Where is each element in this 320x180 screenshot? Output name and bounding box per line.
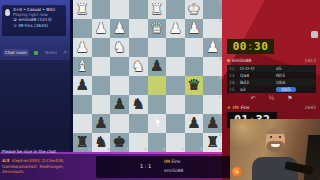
player-bottom-rating: 2645 [305,105,316,110]
tab-chat-room[interactable]: Chat room [3,49,29,56]
move-number: 13 [227,73,240,78]
board-square[interactable] [129,76,148,95]
board-square[interactable] [185,38,204,57]
rank-coordinate: 4 [219,58,221,62]
board-square[interactable] [73,19,92,38]
white-knight-piece[interactable]: ♞ [129,57,148,76]
white-rook-piece[interactable]: ♜ [148,0,167,19]
move-row[interactable]: 15a3Qb5 [227,86,316,93]
black-pawn-piece[interactable]: ♟ [73,76,92,95]
takeback-button[interactable]: ↶ [250,94,255,102]
board-square[interactable]: ♟ [92,114,111,133]
file-coordinate: b [200,148,202,152]
board-square[interactable]: ♜ [73,0,92,19]
white-pawn-piece[interactable]: ♟ [92,19,111,38]
board-square[interactable] [166,95,185,114]
board-square[interactable]: ♟ [166,19,185,38]
file-coordinate: a [219,148,221,152]
board-square[interactable]: ♞ [129,57,148,76]
resign-button[interactable]: ⚑ [287,94,292,102]
board-square[interactable]: ♞ [110,38,129,57]
black-pawn-piece[interactable]: ♟ [185,114,204,133]
scorebox-player1: IM Fins [164,159,180,164]
panel-menu-icon[interactable] [311,31,318,38]
board-square[interactable]: ♟3 [203,38,222,57]
webcam-overlay: ✕ [230,119,320,180]
board-square[interactable] [148,38,167,57]
board-square[interactable] [129,0,148,19]
board-square[interactable]: 2 [203,19,222,38]
board-square[interactable] [92,0,111,19]
chat-status-dot [34,51,38,55]
game-controls: ↶ ½ ⚑ [227,94,316,102]
draw-offer-button[interactable]: ½ [268,94,274,102]
board-square[interactable]: ♟ [73,76,92,95]
player-top-row[interactable]: emilio88 1413 [227,56,316,64]
board-square[interactable] [92,38,111,57]
board-square[interactable] [92,57,111,76]
board-square[interactable]: ♝ [73,57,92,76]
streamer-eye-left [270,136,272,138]
board-square[interactable]: ♟ [148,57,167,76]
game-info-box: 3+0 • Casual • Blitz Playing right now ♔… [2,5,66,36]
board-square[interactable]: b [185,133,204,152]
move-number: 14 [227,80,240,85]
board-square[interactable]: ♟ [110,19,129,38]
board-square[interactable] [73,95,92,114]
board-square[interactable]: ♚ [185,0,204,19]
player-top-name: emilio88 [232,58,251,63]
move-number: 15 [227,87,240,92]
board-square[interactable] [129,38,148,57]
board-square[interactable] [166,0,185,19]
move-row[interactable]: 12O-O-Oa5 [227,65,316,72]
board-square[interactable]: 5 [203,76,222,95]
supporters-list: 4/3 stephan1093, D.Che428, GambaraGambit… [2,158,68,175]
match-score: 1 : 1 [140,163,151,169]
board-square[interactable] [129,114,148,133]
board-square[interactable] [110,114,129,133]
board-square[interactable]: ♛ [148,19,167,38]
sidebar: 3+0 • Casual • Blitz Playing right now ♔… [0,0,70,152]
rank-coordinate: 2 [219,20,221,24]
board-square[interactable]: d [148,133,167,152]
file-coordinate: c [182,148,184,152]
move-cell[interactable]: Qb6 [276,80,312,85]
blitz-flame-icon [5,9,10,16]
board-square[interactable] [166,76,185,95]
player-bottom-row[interactable]: ❖ IM Fins 2645 [227,103,316,111]
move-cell[interactable]: Qa4 [240,73,276,78]
board-square[interactable]: 1 [203,0,222,19]
move-row[interactable]: 14Bd3Qb6 [227,79,316,86]
white-queen-piece[interactable]: ♛ [148,19,167,38]
board-square[interactable]: ♟ [73,38,92,57]
move-cell[interactable]: Nh5 [276,73,312,78]
clock-white: 00:30 [227,39,274,54]
rank-coordinate: 1 [219,1,221,5]
move-cell[interactable]: a3 [240,87,276,92]
board-square[interactable]: ♜ [148,0,167,19]
move-list[interactable]: 12O-O-Oa513Qa4Nh514Bd3Qb615a3Qb5 [227,65,316,93]
board-square[interactable]: ♛ [185,76,204,95]
white-pawn-piece[interactable]: ♟ [73,38,92,57]
board-square[interactable]: e [129,133,148,152]
move-number: 12 [227,66,240,71]
black-pawn-piece[interactable]: ♟ [148,57,167,76]
file-coordinate: f [127,148,128,152]
rank-coordinate: 8 [219,134,221,138]
mouse-cursor [156,118,163,127]
board-square[interactable]: ♜h [73,133,92,152]
match-scorebox: 1 : 1 IM Fins emilio88 [96,156,232,178]
streamer-hair [267,128,284,134]
board-square[interactable]: 4 [203,57,222,76]
stream-layout: 3+0 • Casual • Blitz Playing right now ♔… [0,0,320,180]
file-coordinate: e [145,148,147,152]
file-coordinate: g [107,148,109,152]
move-cell[interactable]: a5 [276,66,312,71]
rank-coordinate: 3 [219,39,221,43]
board-square[interactable] [110,57,129,76]
online-dot-icon [227,59,230,62]
white-king-piece[interactable]: ♚ [185,0,204,19]
rank-coordinate: 5 [219,77,221,81]
streamer-smile [271,144,280,147]
file-coordinate: d [163,148,165,152]
white-knight-piece[interactable]: ♞ [110,38,129,57]
board-square[interactable] [166,114,185,133]
board-square[interactable] [73,114,92,133]
move-row[interactable]: 13Qa4Nh5 [227,72,316,79]
white-bishop-piece[interactable]: ♝ [73,57,92,76]
black-pawn-piece[interactable]: ♟ [92,114,111,133]
chat-message-area[interactable] [0,60,70,150]
move-cell[interactable]: O-O-O [240,66,276,71]
board-square[interactable]: ♚f [110,133,129,152]
chat-notice: Please be nice in the chat [2,149,70,154]
board-square[interactable] [166,38,185,57]
board-square[interactable]: ♟ [185,114,204,133]
board-square[interactable] [148,95,167,114]
board-square[interactable]: ♟ [110,95,129,114]
board-square[interactable]: ♟7 [203,114,222,133]
streamer-eye-right [279,136,281,138]
board-square[interactable] [110,76,129,95]
move-cell[interactable]: Bd3 [240,80,276,85]
black-queen-piece[interactable]: ♛ [185,76,204,95]
move-cell[interactable]: Qb5 [276,87,296,92]
chess-board[interactable]: ♜♜♚1♟♟♛♟♟2♟♞♟3♝♞♟4♟♛5♟♞6♟♟♟7♜h♞g♚fedcb♜8… [73,0,222,152]
white-pawn-piece[interactable]: ♟ [166,19,185,38]
black-pawn-piece[interactable]: ♟ [110,95,129,114]
player-black-link[interactable]: ♚ IM Fins (2645) [13,23,64,29]
white-rook-piece[interactable]: ♜ [73,0,92,19]
board-square[interactable] [185,95,204,114]
player-badge-icon: ❖ [227,105,231,110]
board-square[interactable] [166,57,185,76]
supporters-badge: 4/3 [2,158,9,163]
white-pawn-piece[interactable]: ♟ [110,19,129,38]
board-square[interactable] [129,19,148,38]
white-king-icon: ♔ [13,17,17,22]
board-square[interactable] [92,95,111,114]
board-square[interactable]: ♟ [185,19,204,38]
board-square[interactable]: ♞ [129,95,148,114]
board-square[interactable] [110,0,129,19]
board-square[interactable]: c [166,133,185,152]
board-square[interactable]: ♞g [92,133,111,152]
board-square[interactable] [185,57,204,76]
player-bottom-name: Fins [241,105,250,110]
scorebox-player2: emilio88 [164,168,183,173]
board-square[interactable]: ♟ [92,19,111,38]
white-pawn-piece[interactable]: ♟ [185,19,204,38]
player-bottom-title: IM [233,105,239,110]
tab-notes[interactable]: Notes [45,50,57,55]
expand-icon[interactable]: ↗ [63,49,67,55]
board-square[interactable] [148,76,167,95]
black-king-icon: ♚ [13,23,17,28]
player-top-rating: 1413 [305,58,316,63]
board-square[interactable] [148,114,167,133]
rank-coordinate: 6 [219,96,221,100]
board-square[interactable] [92,76,111,95]
stream-logo-icon: ✕ [232,167,242,177]
file-coordinate: h [89,148,91,152]
rank-coordinate: 7 [219,115,221,119]
board-square[interactable]: ♜8a [203,133,222,152]
board-square[interactable]: 6 [203,95,222,114]
sidebar-tabs: Chat room Notes ↗ [0,48,70,58]
black-knight-piece[interactable]: ♞ [129,95,148,114]
